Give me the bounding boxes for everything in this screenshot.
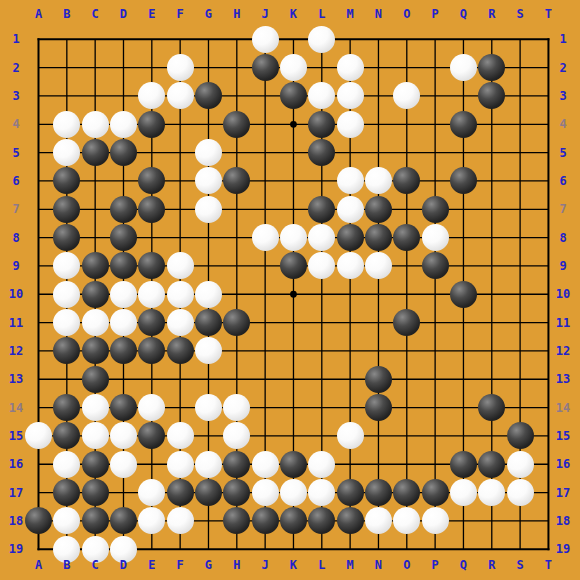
point-R5[interactable] (478, 138, 506, 166)
point-H10[interactable] (223, 280, 251, 308)
point-S3[interactable] (506, 82, 534, 110)
point-P18[interactable] (421, 507, 449, 535)
point-C13[interactable] (81, 365, 109, 393)
point-H14[interactable] (223, 393, 251, 421)
point-R17[interactable] (478, 478, 506, 506)
point-D9[interactable] (109, 252, 137, 280)
point-A13[interactable] (24, 365, 52, 393)
point-J8[interactable] (251, 223, 279, 251)
point-K12[interactable] (279, 337, 307, 365)
point-C1[interactable] (81, 25, 109, 53)
point-E7[interactable] (138, 195, 166, 223)
point-R3[interactable] (478, 82, 506, 110)
point-J2[interactable] (251, 53, 279, 81)
point-B11[interactable] (53, 308, 81, 336)
point-D10[interactable] (109, 280, 137, 308)
point-D1[interactable] (109, 25, 137, 53)
point-L10[interactable] (308, 280, 336, 308)
point-N16[interactable] (364, 450, 392, 478)
point-B4[interactable] (53, 110, 81, 138)
point-L14[interactable] (308, 393, 336, 421)
point-L4[interactable] (308, 110, 336, 138)
point-A4[interactable] (24, 110, 52, 138)
point-A14[interactable] (24, 393, 52, 421)
point-G12[interactable] (194, 337, 222, 365)
point-D4[interactable] (109, 110, 137, 138)
point-Q1[interactable] (449, 25, 477, 53)
point-S6[interactable] (506, 167, 534, 195)
point-O6[interactable] (393, 167, 421, 195)
point-D14[interactable] (109, 393, 137, 421)
point-M2[interactable] (336, 53, 364, 81)
point-H5[interactable] (223, 138, 251, 166)
point-K4[interactable] (279, 110, 307, 138)
point-S16[interactable] (506, 450, 534, 478)
point-D17[interactable] (109, 478, 137, 506)
point-C18[interactable] (81, 507, 109, 535)
point-B5[interactable] (53, 138, 81, 166)
point-N7[interactable] (364, 195, 392, 223)
point-F6[interactable] (166, 167, 194, 195)
point-L2[interactable] (308, 53, 336, 81)
point-G15[interactable] (194, 422, 222, 450)
point-S4[interactable] (506, 110, 534, 138)
point-P10[interactable] (421, 280, 449, 308)
point-F3[interactable] (166, 82, 194, 110)
point-J16[interactable] (251, 450, 279, 478)
point-N5[interactable] (364, 138, 392, 166)
point-R4[interactable] (478, 110, 506, 138)
point-R2[interactable] (478, 53, 506, 81)
point-A17[interactable] (24, 478, 52, 506)
point-O18[interactable] (393, 507, 421, 535)
point-F2[interactable] (166, 53, 194, 81)
point-D12[interactable] (109, 337, 137, 365)
point-A3[interactable] (24, 82, 52, 110)
point-R14[interactable] (478, 393, 506, 421)
point-B8[interactable] (53, 223, 81, 251)
point-R12[interactable] (478, 337, 506, 365)
point-H8[interactable] (223, 223, 251, 251)
point-S5[interactable] (506, 138, 534, 166)
point-H7[interactable] (223, 195, 251, 223)
point-J11[interactable] (251, 308, 279, 336)
point-E15[interactable] (138, 422, 166, 450)
point-C6[interactable] (81, 167, 109, 195)
point-S11[interactable] (506, 308, 534, 336)
point-E12[interactable] (138, 337, 166, 365)
point-A18[interactable] (24, 507, 52, 535)
point-P8[interactable] (421, 223, 449, 251)
point-K2[interactable] (279, 53, 307, 81)
point-M14[interactable] (336, 393, 364, 421)
point-C11[interactable] (81, 308, 109, 336)
point-A12[interactable] (24, 337, 52, 365)
point-E10[interactable] (138, 280, 166, 308)
point-N17[interactable] (364, 478, 392, 506)
point-J17[interactable] (251, 478, 279, 506)
point-S17[interactable] (506, 478, 534, 506)
point-P1[interactable] (421, 25, 449, 53)
point-E5[interactable] (138, 138, 166, 166)
point-L6[interactable] (308, 167, 336, 195)
point-C14[interactable] (81, 393, 109, 421)
point-F12[interactable] (166, 337, 194, 365)
point-L17[interactable] (308, 478, 336, 506)
point-M6[interactable] (336, 167, 364, 195)
point-F15[interactable] (166, 422, 194, 450)
point-L12[interactable] (308, 337, 336, 365)
point-M11[interactable] (336, 308, 364, 336)
point-A7[interactable] (24, 195, 52, 223)
point-M3[interactable] (336, 82, 364, 110)
point-J13[interactable] (251, 365, 279, 393)
point-D3[interactable] (109, 82, 137, 110)
point-C8[interactable] (81, 223, 109, 251)
point-M17[interactable] (336, 478, 364, 506)
point-Q18[interactable] (449, 507, 477, 535)
point-G2[interactable] (194, 53, 222, 81)
point-T5[interactable] (534, 138, 562, 166)
point-K15[interactable] (279, 422, 307, 450)
point-A1[interactable] (24, 25, 52, 53)
point-H1[interactable] (223, 25, 251, 53)
point-S7[interactable] (506, 195, 534, 223)
point-C12[interactable] (81, 337, 109, 365)
point-H6[interactable] (223, 167, 251, 195)
point-Q17[interactable] (449, 478, 477, 506)
point-O15[interactable] (393, 422, 421, 450)
point-M18[interactable] (336, 507, 364, 535)
point-O8[interactable] (393, 223, 421, 251)
point-Q3[interactable] (449, 82, 477, 110)
point-D2[interactable] (109, 53, 137, 81)
point-E1[interactable] (138, 25, 166, 53)
point-F7[interactable] (166, 195, 194, 223)
point-J4[interactable] (251, 110, 279, 138)
point-C17[interactable] (81, 478, 109, 506)
point-H2[interactable] (223, 53, 251, 81)
point-F16[interactable] (166, 450, 194, 478)
point-K14[interactable] (279, 393, 307, 421)
point-A16[interactable] (24, 450, 52, 478)
point-P5[interactable] (421, 138, 449, 166)
point-G13[interactable] (194, 365, 222, 393)
point-D11[interactable] (109, 308, 137, 336)
point-G14[interactable] (194, 393, 222, 421)
point-Q12[interactable] (449, 337, 477, 365)
point-M16[interactable] (336, 450, 364, 478)
point-G10[interactable] (194, 280, 222, 308)
point-A9[interactable] (24, 252, 52, 280)
point-C5[interactable] (81, 138, 109, 166)
point-O2[interactable] (393, 53, 421, 81)
point-K5[interactable] (279, 138, 307, 166)
point-J5[interactable] (251, 138, 279, 166)
point-N6[interactable] (364, 167, 392, 195)
point-T8[interactable] (534, 223, 562, 251)
point-S1[interactable] (506, 25, 534, 53)
point-K16[interactable] (279, 450, 307, 478)
point-F11[interactable] (166, 308, 194, 336)
point-J1[interactable] (251, 25, 279, 53)
point-K3[interactable] (279, 82, 307, 110)
point-T3[interactable] (534, 82, 562, 110)
point-O11[interactable] (393, 308, 421, 336)
point-Q14[interactable] (449, 393, 477, 421)
point-P12[interactable] (421, 337, 449, 365)
point-Q7[interactable] (449, 195, 477, 223)
point-A5[interactable] (24, 138, 52, 166)
point-M10[interactable] (336, 280, 364, 308)
point-P17[interactable] (421, 478, 449, 506)
point-N18[interactable] (364, 507, 392, 535)
point-G11[interactable] (194, 308, 222, 336)
point-L9[interactable] (308, 252, 336, 280)
point-S14[interactable] (506, 393, 534, 421)
point-T7[interactable] (534, 195, 562, 223)
point-K10[interactable] (279, 280, 307, 308)
point-B3[interactable] (53, 82, 81, 110)
point-H3[interactable] (223, 82, 251, 110)
point-S8[interactable] (506, 223, 534, 251)
point-O14[interactable] (393, 393, 421, 421)
point-N13[interactable] (364, 365, 392, 393)
point-M15[interactable] (336, 422, 364, 450)
point-O3[interactable] (393, 82, 421, 110)
point-N10[interactable] (364, 280, 392, 308)
point-H13[interactable] (223, 365, 251, 393)
point-G5[interactable] (194, 138, 222, 166)
point-B14[interactable] (53, 393, 81, 421)
point-D8[interactable] (109, 223, 137, 251)
point-C10[interactable] (81, 280, 109, 308)
point-R7[interactable] (478, 195, 506, 223)
point-F4[interactable] (166, 110, 194, 138)
point-T1[interactable] (534, 25, 562, 53)
point-E17[interactable] (138, 478, 166, 506)
point-T6[interactable] (534, 167, 562, 195)
point-O5[interactable] (393, 138, 421, 166)
point-J12[interactable] (251, 337, 279, 365)
point-E9[interactable] (138, 252, 166, 280)
point-N11[interactable] (364, 308, 392, 336)
point-M9[interactable] (336, 252, 364, 280)
point-L1[interactable] (308, 25, 336, 53)
point-E16[interactable] (138, 450, 166, 478)
point-H18[interactable] (223, 507, 251, 535)
point-Q6[interactable] (449, 167, 477, 195)
point-Q15[interactable] (449, 422, 477, 450)
point-B7[interactable] (53, 195, 81, 223)
point-S12[interactable] (506, 337, 534, 365)
point-P14[interactable] (421, 393, 449, 421)
point-K13[interactable] (279, 365, 307, 393)
point-O17[interactable] (393, 478, 421, 506)
point-S2[interactable] (506, 53, 534, 81)
point-R15[interactable] (478, 422, 506, 450)
point-D13[interactable] (109, 365, 137, 393)
point-H16[interactable] (223, 450, 251, 478)
point-J3[interactable] (251, 82, 279, 110)
point-L3[interactable] (308, 82, 336, 110)
point-K7[interactable] (279, 195, 307, 223)
point-E3[interactable] (138, 82, 166, 110)
point-J7[interactable] (251, 195, 279, 223)
point-F10[interactable] (166, 280, 194, 308)
point-Q4[interactable] (449, 110, 477, 138)
point-B1[interactable] (53, 25, 81, 53)
point-D7[interactable] (109, 195, 137, 223)
point-E13[interactable] (138, 365, 166, 393)
point-L5[interactable] (308, 138, 336, 166)
point-G3[interactable] (194, 82, 222, 110)
point-E14[interactable] (138, 393, 166, 421)
point-R9[interactable] (478, 252, 506, 280)
point-C16[interactable] (81, 450, 109, 478)
point-Q8[interactable] (449, 223, 477, 251)
point-F1[interactable] (166, 25, 194, 53)
point-G7[interactable] (194, 195, 222, 223)
point-Q11[interactable] (449, 308, 477, 336)
point-J9[interactable] (251, 252, 279, 280)
point-Q16[interactable] (449, 450, 477, 478)
point-N12[interactable] (364, 337, 392, 365)
point-O13[interactable] (393, 365, 421, 393)
point-B10[interactable] (53, 280, 81, 308)
point-P3[interactable] (421, 82, 449, 110)
point-Q5[interactable] (449, 138, 477, 166)
point-Q2[interactable] (449, 53, 477, 81)
point-R18[interactable] (478, 507, 506, 535)
point-E11[interactable] (138, 308, 166, 336)
point-T2[interactable] (534, 53, 562, 81)
point-K11[interactable] (279, 308, 307, 336)
point-O9[interactable] (393, 252, 421, 280)
point-B13[interactable] (53, 365, 81, 393)
point-P2[interactable] (421, 53, 449, 81)
point-G9[interactable] (194, 252, 222, 280)
point-F8[interactable] (166, 223, 194, 251)
point-H4[interactable] (223, 110, 251, 138)
point-F5[interactable] (166, 138, 194, 166)
point-A10[interactable] (24, 280, 52, 308)
point-M1[interactable] (336, 25, 364, 53)
point-L18[interactable] (308, 507, 336, 535)
point-A6[interactable] (24, 167, 52, 195)
point-H11[interactable] (223, 308, 251, 336)
point-P4[interactable] (421, 110, 449, 138)
point-J14[interactable] (251, 393, 279, 421)
point-K6[interactable] (279, 167, 307, 195)
point-H9[interactable] (223, 252, 251, 280)
point-L16[interactable] (308, 450, 336, 478)
point-T9[interactable] (534, 252, 562, 280)
point-R16[interactable] (478, 450, 506, 478)
point-F17[interactable] (166, 478, 194, 506)
point-R13[interactable] (478, 365, 506, 393)
point-C15[interactable] (81, 422, 109, 450)
point-Q10[interactable] (449, 280, 477, 308)
point-N15[interactable] (364, 422, 392, 450)
point-G18[interactable] (194, 507, 222, 535)
point-G1[interactable] (194, 25, 222, 53)
point-N14[interactable] (364, 393, 392, 421)
point-B9[interactable] (53, 252, 81, 280)
point-L13[interactable] (308, 365, 336, 393)
point-A11[interactable] (24, 308, 52, 336)
point-E6[interactable] (138, 167, 166, 195)
point-O4[interactable] (393, 110, 421, 138)
point-G6[interactable] (194, 167, 222, 195)
point-M7[interactable] (336, 195, 364, 223)
point-F13[interactable] (166, 365, 194, 393)
point-P11[interactable] (421, 308, 449, 336)
point-L8[interactable] (308, 223, 336, 251)
point-B6[interactable] (53, 167, 81, 195)
point-O7[interactable] (393, 195, 421, 223)
point-R11[interactable] (478, 308, 506, 336)
point-M12[interactable] (336, 337, 364, 365)
point-M8[interactable] (336, 223, 364, 251)
point-J10[interactable] (251, 280, 279, 308)
point-E2[interactable] (138, 53, 166, 81)
point-C4[interactable] (81, 110, 109, 138)
point-E18[interactable] (138, 507, 166, 535)
point-M4[interactable] (336, 110, 364, 138)
point-N2[interactable] (364, 53, 392, 81)
point-J6[interactable] (251, 167, 279, 195)
point-R6[interactable] (478, 167, 506, 195)
point-K9[interactable] (279, 252, 307, 280)
point-N3[interactable] (364, 82, 392, 110)
point-B17[interactable] (53, 478, 81, 506)
point-O12[interactable] (393, 337, 421, 365)
point-M13[interactable] (336, 365, 364, 393)
point-L7[interactable] (308, 195, 336, 223)
point-H15[interactable] (223, 422, 251, 450)
point-N9[interactable] (364, 252, 392, 280)
point-G17[interactable] (194, 478, 222, 506)
point-N8[interactable] (364, 223, 392, 251)
point-G4[interactable] (194, 110, 222, 138)
point-D5[interactable] (109, 138, 137, 166)
point-C2[interactable] (81, 53, 109, 81)
point-N1[interactable] (364, 25, 392, 53)
point-C3[interactable] (81, 82, 109, 110)
point-P15[interactable] (421, 422, 449, 450)
point-O1[interactable] (393, 25, 421, 53)
point-H17[interactable] (223, 478, 251, 506)
point-A15[interactable] (24, 422, 52, 450)
point-D16[interactable] (109, 450, 137, 478)
point-L15[interactable] (308, 422, 336, 450)
point-D15[interactable] (109, 422, 137, 450)
point-K1[interactable] (279, 25, 307, 53)
point-S13[interactable] (506, 365, 534, 393)
point-Q9[interactable] (449, 252, 477, 280)
point-G8[interactable] (194, 223, 222, 251)
point-C9[interactable] (81, 252, 109, 280)
point-B18[interactable] (53, 507, 81, 535)
point-N4[interactable] (364, 110, 392, 138)
point-D18[interactable] (109, 507, 137, 535)
point-Q13[interactable] (449, 365, 477, 393)
point-G16[interactable] (194, 450, 222, 478)
point-F14[interactable] (166, 393, 194, 421)
point-P9[interactable] (421, 252, 449, 280)
point-H12[interactable] (223, 337, 251, 365)
